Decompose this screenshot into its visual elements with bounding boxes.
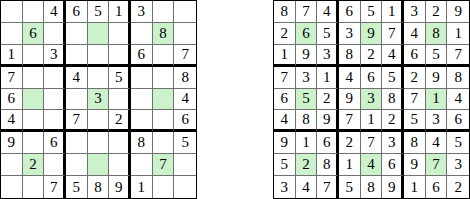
cell-r5c7[interactable] (131, 89, 153, 111)
cell-r5c6[interactable] (109, 89, 131, 111)
cell-r5c1: 6 (274, 89, 296, 111)
cell-r1c4[interactable]: 6 (66, 1, 88, 23)
cell-r5c4: 9 (339, 89, 361, 111)
cell-r5c7: 7 (404, 89, 426, 111)
cell-r6c7: 5 (404, 110, 426, 132)
cell-r2c2: 6 (296, 23, 318, 45)
cell-r7c9[interactable]: 5 (174, 132, 196, 154)
cell-r3c8[interactable] (153, 45, 175, 67)
cell-r9c8[interactable] (153, 176, 175, 198)
cell-r7c4: 2 (339, 132, 361, 154)
cell-r2c4: 3 (339, 23, 361, 45)
cell-r1c8[interactable] (153, 1, 175, 23)
cell-r9c5[interactable]: 8 (88, 176, 110, 198)
cell-r4c3: 1 (317, 67, 339, 89)
cell-r8c7[interactable] (131, 154, 153, 176)
cell-r7c1: 9 (274, 132, 296, 154)
cell-r6c3: 9 (317, 110, 339, 132)
cell-r1c7: 3 (404, 1, 426, 23)
cell-r2c7: 4 (404, 23, 426, 45)
cell-r6c8: 3 (426, 110, 448, 132)
cell-r4c4[interactable]: 4 (66, 67, 88, 89)
cell-r4c1[interactable]: 7 (1, 67, 23, 89)
cell-r7c8[interactable] (153, 132, 175, 154)
cell-r1c1: 8 (274, 1, 296, 23)
cell-r3c2[interactable] (23, 45, 45, 67)
cell-r9c2: 4 (296, 176, 318, 198)
cell-r8c1: 5 (274, 154, 296, 176)
cell-r2c9[interactable] (174, 23, 196, 45)
cell-r4c4: 4 (339, 67, 361, 89)
cell-r9c9: 2 (447, 176, 469, 198)
cell-r3c9: 7 (447, 45, 469, 67)
cell-r4c6: 5 (382, 67, 404, 89)
cell-r7c4[interactable] (66, 132, 88, 154)
cell-r2c4[interactable] (66, 23, 88, 45)
cell-r6c5: 1 (361, 110, 383, 132)
cell-r3c1: 1 (274, 45, 296, 67)
cell-r5c5[interactable]: 3 (88, 89, 110, 111)
cell-r1c3: 4 (317, 1, 339, 23)
cell-r3c1[interactable]: 1 (1, 45, 23, 67)
cell-r2c5: 9 (361, 23, 383, 45)
cell-r5c2[interactable] (23, 89, 45, 111)
cell-r2c6[interactable] (109, 23, 131, 45)
cell-r3c5: 2 (361, 45, 383, 67)
cell-r8c4[interactable] (66, 154, 88, 176)
cell-r4c3[interactable] (44, 67, 66, 89)
cell-r4c8: 9 (426, 67, 448, 89)
cell-r6c9: 6 (447, 110, 469, 132)
cell-r4c9[interactable]: 8 (174, 67, 196, 89)
cell-r8c6[interactable] (109, 154, 131, 176)
cell-r4c5: 6 (361, 67, 383, 89)
cell-r9c1: 3 (274, 176, 296, 198)
cell-r4c2[interactable] (23, 67, 45, 89)
cell-r6c4[interactable]: 7 (66, 110, 88, 132)
cell-r3c8: 5 (426, 45, 448, 67)
cell-r9c2[interactable] (23, 176, 45, 198)
cell-r5c3[interactable] (44, 89, 66, 111)
cell-r3c7: 6 (404, 45, 426, 67)
cell-r1c9[interactable] (174, 1, 196, 23)
cell-r9c8: 6 (426, 176, 448, 198)
cell-r5c1[interactable]: 6 (1, 89, 23, 111)
cell-r5c9: 4 (447, 89, 469, 111)
cell-r7c5: 7 (361, 132, 383, 154)
cell-r1c4: 6 (339, 1, 361, 23)
cell-r3c3: 3 (317, 45, 339, 67)
cell-r1c3[interactable]: 4 (44, 1, 66, 23)
cell-r5c2: 5 (296, 89, 318, 111)
cell-r6c2: 8 (296, 110, 318, 132)
cell-r9c9[interactable] (174, 176, 196, 198)
cell-r1c7[interactable]: 3 (131, 1, 153, 23)
cell-r7c9: 5 (447, 132, 469, 154)
cell-r3c4[interactable] (66, 45, 88, 67)
cell-r7c5[interactable] (88, 132, 110, 154)
cell-r6c7[interactable] (131, 110, 153, 132)
cell-r5c6: 8 (382, 89, 404, 111)
cell-r3c2: 9 (296, 45, 318, 67)
cell-r7c3: 6 (317, 132, 339, 154)
cell-r2c2[interactable]: 6 (23, 23, 45, 45)
cell-r6c9[interactable]: 6 (174, 110, 196, 132)
cell-r6c2[interactable] (23, 110, 45, 132)
cell-r2c1[interactable] (1, 23, 23, 45)
cell-r2c3[interactable] (44, 23, 66, 45)
cell-r8c8[interactable]: 7 (153, 154, 175, 176)
cell-r5c3: 2 (317, 89, 339, 111)
cell-r5c8[interactable] (153, 89, 175, 111)
cell-r9c6: 9 (382, 176, 404, 198)
cell-r9c6[interactable]: 9 (109, 176, 131, 198)
cell-r6c4: 7 (339, 110, 361, 132)
cell-r6c1[interactable]: 4 (1, 110, 23, 132)
cell-r1c9: 9 (447, 1, 469, 23)
cell-r8c8: 7 (426, 154, 448, 176)
cell-r6c6: 2 (382, 110, 404, 132)
cell-r2c1: 2 (274, 23, 296, 45)
cell-r8c9: 3 (447, 154, 469, 176)
cell-r8c1[interactable] (1, 154, 23, 176)
cell-r9c7: 1 (404, 176, 426, 198)
cell-r6c8[interactable] (153, 110, 175, 132)
cell-r1c6[interactable]: 1 (109, 1, 131, 23)
cell-r1c1[interactable] (1, 1, 23, 23)
cell-r9c3[interactable]: 7 (44, 176, 66, 198)
cell-r7c8: 4 (426, 132, 448, 154)
cell-r7c7[interactable]: 8 (131, 132, 153, 154)
cell-r5c5: 3 (361, 89, 383, 111)
cell-r8c2[interactable]: 2 (23, 154, 45, 176)
cell-r3c7[interactable]: 6 (131, 45, 153, 67)
cell-r4c5[interactable] (88, 67, 110, 89)
cell-r1c8: 2 (426, 1, 448, 23)
cell-r6c1: 4 (274, 110, 296, 132)
cell-r7c2[interactable] (23, 132, 45, 154)
cell-r3c9[interactable]: 7 (174, 45, 196, 67)
cell-r7c6[interactable] (109, 132, 131, 154)
sudoku-puzzle-grid: 465136813677458634472696852775891 (0, 0, 197, 199)
cell-r9c4[interactable]: 5 (66, 176, 88, 198)
cell-r2c7[interactable] (131, 23, 153, 45)
cell-r1c5: 5 (361, 1, 383, 23)
cell-r8c4: 1 (339, 154, 361, 176)
cell-r6c3[interactable] (44, 110, 66, 132)
cell-r4c7: 2 (404, 67, 426, 89)
cell-r2c8: 8 (426, 23, 448, 45)
cell-r1c2: 7 (296, 1, 318, 23)
cell-r9c7[interactable]: 1 (131, 176, 153, 198)
cell-r7c7: 8 (404, 132, 426, 154)
cell-r4c2: 3 (296, 67, 318, 89)
cell-r3c3[interactable]: 3 (44, 45, 66, 67)
sudoku-diagram: { "game": "sudoku", "position": { "puzzl… (0, 0, 470, 199)
cell-r8c3: 8 (317, 154, 339, 176)
cell-r2c5[interactable] (88, 23, 110, 45)
cell-r1c2[interactable] (23, 1, 45, 23)
cell-r6c6[interactable]: 2 (109, 110, 131, 132)
cell-r8c2: 2 (296, 154, 318, 176)
cell-r5c8: 1 (426, 89, 448, 111)
cell-r3c6: 4 (382, 45, 404, 67)
cell-r3c4: 8 (339, 45, 361, 67)
cell-r4c1: 7 (274, 67, 296, 89)
cell-r4c7[interactable] (131, 67, 153, 89)
cell-r5c9[interactable]: 4 (174, 89, 196, 111)
sudoku-solution-grid: 8746513292653974811938246577314652986529… (273, 0, 470, 199)
cell-r4c6[interactable]: 5 (109, 67, 131, 89)
cell-r6c5[interactable] (88, 110, 110, 132)
cell-r8c7: 9 (404, 154, 426, 176)
cell-r8c6: 6 (382, 154, 404, 176)
cell-r9c5: 8 (361, 176, 383, 198)
cell-r2c6: 7 (382, 23, 404, 45)
cell-r2c9: 1 (447, 23, 469, 45)
cell-r9c3: 7 (317, 176, 339, 198)
cell-r3c5[interactable] (88, 45, 110, 67)
cell-r8c5[interactable] (88, 154, 110, 176)
cell-r8c9[interactable] (174, 154, 196, 176)
cell-r9c1[interactable] (1, 176, 23, 198)
cell-r2c3: 5 (317, 23, 339, 45)
cell-r8c3[interactable] (44, 154, 66, 176)
cell-r4c9: 8 (447, 67, 469, 89)
cell-r7c2: 1 (296, 132, 318, 154)
cell-r8c5: 4 (361, 154, 383, 176)
cell-r7c1[interactable]: 9 (1, 132, 23, 154)
cell-r3c6[interactable] (109, 45, 131, 67)
cell-r1c5[interactable]: 5 (88, 1, 110, 23)
cell-r5c4[interactable] (66, 89, 88, 111)
cell-r2c8[interactable]: 8 (153, 23, 175, 45)
cell-r4c8[interactable] (153, 67, 175, 89)
cell-r7c6: 3 (382, 132, 404, 154)
cell-r1c6: 1 (382, 1, 404, 23)
cell-r9c4: 5 (339, 176, 361, 198)
cell-r7c3[interactable]: 6 (44, 132, 66, 154)
